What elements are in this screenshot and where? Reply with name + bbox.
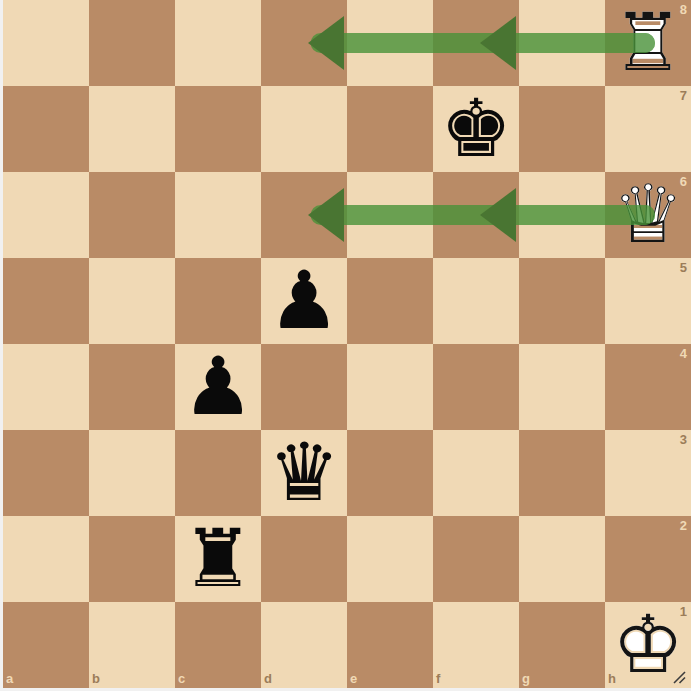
square-f2[interactable] <box>433 516 519 602</box>
white-queen-h6[interactable]: ♛♕ <box>605 172 691 258</box>
square-f1[interactable]: f <box>433 602 519 688</box>
square-b2[interactable] <box>89 516 175 602</box>
square-b8[interactable] <box>89 0 175 86</box>
square-d7[interactable] <box>261 86 347 172</box>
square-h6[interactable]: 6♛♕ <box>605 172 691 258</box>
queen-glyph: ♛ <box>261 430 347 516</box>
square-f3[interactable] <box>433 430 519 516</box>
square-h5[interactable]: 5 <box>605 258 691 344</box>
square-a6[interactable] <box>3 172 89 258</box>
square-c3[interactable] <box>175 430 261 516</box>
square-a5[interactable] <box>3 258 89 344</box>
square-d1[interactable]: d <box>261 602 347 688</box>
rank-label-3: 3 <box>680 433 687 446</box>
square-g7[interactable] <box>519 86 605 172</box>
square-f7[interactable]: ♚ <box>433 86 519 172</box>
pawn-glyph: ♟ <box>261 258 347 344</box>
square-h7[interactable]: 7 <box>605 86 691 172</box>
square-b5[interactable] <box>89 258 175 344</box>
file-label-f: f <box>436 672 440 685</box>
board-resize-handle[interactable] <box>673 671 686 684</box>
square-g6[interactable] <box>519 172 605 258</box>
square-b3[interactable] <box>89 430 175 516</box>
square-a8[interactable] <box>3 0 89 86</box>
file-label-e: e <box>350 672 357 685</box>
square-h3[interactable]: 3 <box>605 430 691 516</box>
black-queen-d3[interactable]: ♛ <box>261 430 347 516</box>
square-f6[interactable] <box>433 172 519 258</box>
square-f5[interactable] <box>433 258 519 344</box>
square-h4[interactable]: 4 <box>605 344 691 430</box>
square-c5[interactable] <box>175 258 261 344</box>
square-h2[interactable]: 2 <box>605 516 691 602</box>
square-c4[interactable]: ♟ <box>175 344 261 430</box>
square-e4[interactable] <box>347 344 433 430</box>
file-label-a: a <box>6 672 13 685</box>
square-b1[interactable]: b <box>89 602 175 688</box>
chess-board-container: 8♜♖♚76♛♕♟5♟4♛3♜2abcdefgh1♚♔ <box>0 0 691 691</box>
square-b7[interactable] <box>89 86 175 172</box>
rank-label-5: 5 <box>680 261 687 274</box>
square-d6[interactable] <box>261 172 347 258</box>
file-label-b: b <box>92 672 100 685</box>
pawn-glyph: ♟ <box>175 344 261 430</box>
square-g5[interactable] <box>519 258 605 344</box>
file-label-c: c <box>178 672 185 685</box>
square-e1[interactable]: e <box>347 602 433 688</box>
square-e3[interactable] <box>347 430 433 516</box>
square-a2[interactable] <box>3 516 89 602</box>
square-c8[interactable] <box>175 0 261 86</box>
rook-glyph: ♜ <box>175 516 261 602</box>
square-c2[interactable]: ♜ <box>175 516 261 602</box>
white-rook-h8[interactable]: ♜♖ <box>605 0 691 86</box>
black-king-f7[interactable]: ♚ <box>433 86 519 172</box>
square-e6[interactable] <box>347 172 433 258</box>
king-glyph: ♚ <box>433 86 519 172</box>
square-e2[interactable] <box>347 516 433 602</box>
square-e7[interactable] <box>347 86 433 172</box>
square-g1[interactable]: g <box>519 602 605 688</box>
square-b6[interactable] <box>89 172 175 258</box>
square-a3[interactable] <box>3 430 89 516</box>
black-pawn-d5[interactable]: ♟ <box>261 258 347 344</box>
square-f8[interactable] <box>433 0 519 86</box>
rank-label-2: 2 <box>680 519 687 532</box>
square-e5[interactable] <box>347 258 433 344</box>
square-b4[interactable] <box>89 344 175 430</box>
rook-outline-glyph: ♖ <box>605 0 691 86</box>
square-a4[interactable] <box>3 344 89 430</box>
square-g4[interactable] <box>519 344 605 430</box>
chess-board: 8♜♖♚76♛♕♟5♟4♛3♜2abcdefgh1♚♔ <box>3 0 691 688</box>
square-d8[interactable] <box>261 0 347 86</box>
square-g2[interactable] <box>519 516 605 602</box>
square-h8[interactable]: 8♜♖ <box>605 0 691 86</box>
square-g3[interactable] <box>519 430 605 516</box>
black-rook-c2[interactable]: ♜ <box>175 516 261 602</box>
square-a1[interactable]: a <box>3 602 89 688</box>
queen-outline-glyph: ♕ <box>605 172 691 258</box>
square-e8[interactable] <box>347 0 433 86</box>
square-c7[interactable] <box>175 86 261 172</box>
rank-label-7: 7 <box>680 89 687 102</box>
square-d4[interactable] <box>261 344 347 430</box>
rank-label-4: 4 <box>680 347 687 360</box>
square-d3[interactable]: ♛ <box>261 430 347 516</box>
file-label-g: g <box>522 672 530 685</box>
square-g8[interactable] <box>519 0 605 86</box>
file-label-d: d <box>264 672 272 685</box>
square-f4[interactable] <box>433 344 519 430</box>
black-pawn-c4[interactable]: ♟ <box>175 344 261 430</box>
square-a7[interactable] <box>3 86 89 172</box>
square-d2[interactable] <box>261 516 347 602</box>
square-d5[interactable]: ♟ <box>261 258 347 344</box>
square-c6[interactable] <box>175 172 261 258</box>
square-c1[interactable]: c <box>175 602 261 688</box>
